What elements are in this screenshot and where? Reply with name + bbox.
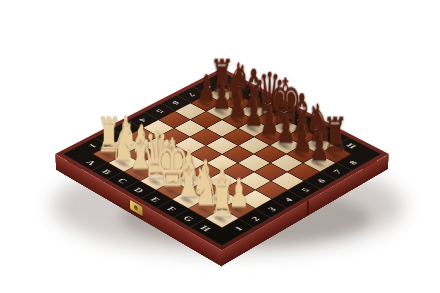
white-rook: ♜ (193, 173, 251, 222)
fold-seam (307, 200, 309, 216)
coordinate-label: E (294, 116, 307, 123)
coordinate-label: B (246, 91, 259, 98)
coordinate-label: 1 (231, 224, 244, 231)
coordinate-label: 8 (202, 83, 214, 89)
coordinate-label: D (278, 108, 292, 115)
brass-clasp (130, 200, 143, 217)
coordinate-label: 5 (153, 108, 165, 114)
coordinate-label: 7 (186, 92, 198, 98)
board-scene: ABCDEFGH ABCDEFGH 87654321 87654321 ♜♞♝♛… (104, 36, 340, 272)
chess-box: ABCDEFGH ABCDEFGH 87654321 87654321 ♜♞♝♛… (55, 68, 389, 250)
coordinate-label: 6 (170, 100, 182, 106)
coordinate-label: C (262, 99, 276, 106)
photo-stage: ABCDEFGH ABCDEFGH 87654321 87654321 ♜♞♝♛… (0, 0, 440, 293)
coordinate-label: A (230, 83, 243, 90)
black-pawn: ♟︎ (292, 128, 348, 165)
